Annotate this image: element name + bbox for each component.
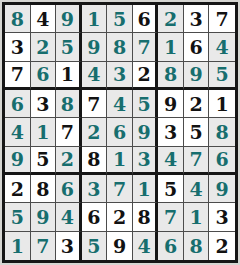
cell-r7c6[interactable]: 1 <box>133 175 159 203</box>
cell-r5c7[interactable]: 3 <box>158 118 184 146</box>
cell-r6c7[interactable]: 4 <box>158 147 184 175</box>
cell-r5c9[interactable]: 8 <box>209 118 235 146</box>
cell-r5c1[interactable]: 4 <box>5 118 31 146</box>
cell-r2c5[interactable]: 8 <box>107 33 133 61</box>
cell-r3c1[interactable]: 7 <box>5 62 31 90</box>
cell-r9c4[interactable]: 5 <box>82 232 108 260</box>
cell-r6c1[interactable]: 9 <box>5 147 31 175</box>
cell-r1c9[interactable]: 7 <box>209 5 235 33</box>
cell-r6c9[interactable]: 6 <box>209 147 235 175</box>
cell-r1c6[interactable]: 6 <box>133 5 159 33</box>
cell-r4c4[interactable]: 7 <box>82 90 108 118</box>
cell-r7c7[interactable]: 5 <box>158 175 184 203</box>
cell-r5c8[interactable]: 5 <box>184 118 210 146</box>
cell-r2c9[interactable]: 4 <box>209 33 235 61</box>
cell-r4c1[interactable]: 6 <box>5 90 31 118</box>
cell-r8c9[interactable]: 3 <box>209 203 235 231</box>
cell-r7c1[interactable]: 2 <box>5 175 31 203</box>
cell-r4c9[interactable]: 1 <box>209 90 235 118</box>
cell-r5c6[interactable]: 9 <box>133 118 159 146</box>
cell-r7c8[interactable]: 4 <box>184 175 210 203</box>
cell-r8c1[interactable]: 5 <box>5 203 31 231</box>
cell-r4c8[interactable]: 2 <box>184 90 210 118</box>
cell-r6c8[interactable]: 7 <box>184 147 210 175</box>
cell-r1c2[interactable]: 4 <box>31 5 57 33</box>
cell-r2c6[interactable]: 7 <box>133 33 159 61</box>
cell-r8c2[interactable]: 9 <box>31 203 57 231</box>
cell-r3c7[interactable]: 8 <box>158 62 184 90</box>
cell-r6c3[interactable]: 2 <box>56 147 82 175</box>
cell-r1c5[interactable]: 5 <box>107 5 133 33</box>
cell-r1c1[interactable]: 8 <box>5 5 31 33</box>
cell-r2c4[interactable]: 9 <box>82 33 108 61</box>
cell-r8c4[interactable]: 6 <box>82 203 108 231</box>
cell-r9c1[interactable]: 1 <box>5 232 31 260</box>
cell-r7c4[interactable]: 3 <box>82 175 108 203</box>
cell-r8c6[interactable]: 8 <box>133 203 159 231</box>
cell-r9c2[interactable]: 7 <box>31 232 57 260</box>
cell-r9c9[interactable]: 2 <box>209 232 235 260</box>
cell-r3c5[interactable]: 3 <box>107 62 133 90</box>
cell-r8c8[interactable]: 1 <box>184 203 210 231</box>
page: 8491562373259871647614328956387459214172… <box>0 0 240 263</box>
cell-r5c2[interactable]: 1 <box>31 118 57 146</box>
cell-r3c2[interactable]: 6 <box>31 62 57 90</box>
cell-r9c8[interactable]: 8 <box>184 232 210 260</box>
cell-r4c6[interactable]: 5 <box>133 90 159 118</box>
cell-r9c7[interactable]: 6 <box>158 232 184 260</box>
cell-r8c3[interactable]: 4 <box>56 203 82 231</box>
cell-r5c5[interactable]: 6 <box>107 118 133 146</box>
cell-r4c3[interactable]: 8 <box>56 90 82 118</box>
cell-r2c3[interactable]: 5 <box>56 33 82 61</box>
cell-r6c6[interactable]: 3 <box>133 147 159 175</box>
cell-r7c2[interactable]: 8 <box>31 175 57 203</box>
cell-r9c3[interactable]: 3 <box>56 232 82 260</box>
cell-r8c5[interactable]: 2 <box>107 203 133 231</box>
cell-r2c2[interactable]: 2 <box>31 33 57 61</box>
cell-r5c4[interactable]: 2 <box>82 118 108 146</box>
cell-r1c4[interactable]: 1 <box>82 5 108 33</box>
cell-r6c4[interactable]: 8 <box>82 147 108 175</box>
cell-r3c6[interactable]: 2 <box>133 62 159 90</box>
cell-r7c5[interactable]: 7 <box>107 175 133 203</box>
cell-r4c7[interactable]: 9 <box>158 90 184 118</box>
cell-r2c7[interactable]: 1 <box>158 33 184 61</box>
sudoku-board: 8491562373259871647614328956387459214172… <box>2 2 238 263</box>
cell-r1c3[interactable]: 9 <box>56 5 82 33</box>
cell-r7c3[interactable]: 6 <box>56 175 82 203</box>
cell-r1c7[interactable]: 2 <box>158 5 184 33</box>
cell-r2c1[interactable]: 3 <box>5 33 31 61</box>
cell-r3c3[interactable]: 1 <box>56 62 82 90</box>
cell-r2c8[interactable]: 6 <box>184 33 210 61</box>
cell-r3c8[interactable]: 9 <box>184 62 210 90</box>
cell-r3c9[interactable]: 5 <box>209 62 235 90</box>
cell-r6c5[interactable]: 1 <box>107 147 133 175</box>
cell-r5c3[interactable]: 7 <box>56 118 82 146</box>
cell-r4c2[interactable]: 3 <box>31 90 57 118</box>
cell-r3c4[interactable]: 4 <box>82 62 108 90</box>
cell-r8c7[interactable]: 7 <box>158 203 184 231</box>
cell-r1c8[interactable]: 3 <box>184 5 210 33</box>
cell-r7c9[interactable]: 9 <box>209 175 235 203</box>
cell-r4c5[interactable]: 4 <box>107 90 133 118</box>
cell-r9c6[interactable]: 4 <box>133 232 159 260</box>
cell-r9c5[interactable]: 9 <box>107 232 133 260</box>
cell-r6c2[interactable]: 5 <box>31 147 57 175</box>
